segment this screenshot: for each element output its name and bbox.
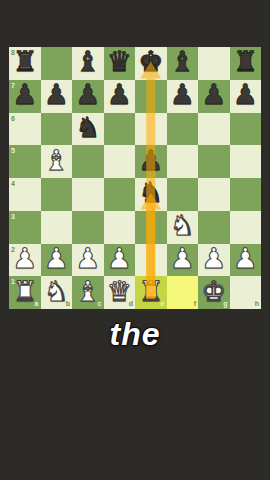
rank-label: 5 <box>11 147 15 154</box>
rank-label: 4 <box>11 180 15 187</box>
square-c3[interactable] <box>72 211 104 244</box>
piece-white-king[interactable]: ♚ <box>201 278 226 306</box>
square-d8[interactable]: ♛ <box>104 47 136 80</box>
piece-white-queen[interactable]: ♛ <box>107 278 132 306</box>
square-a4[interactable]: 4 <box>9 178 41 211</box>
square-d6[interactable] <box>104 113 136 146</box>
piece-white-knight[interactable]: ♞ <box>170 212 195 240</box>
square-a3[interactable]: 3 <box>9 211 41 244</box>
piece-black-pawn[interactable]: ♟ <box>44 81 69 109</box>
square-g2[interactable]: ♟ <box>198 244 230 277</box>
square-g8[interactable] <box>198 47 230 80</box>
square-f1[interactable]: f <box>167 276 199 309</box>
square-f4[interactable] <box>167 178 199 211</box>
square-b1[interactable]: b♞ <box>41 276 73 309</box>
square-b5[interactable]: ♝ <box>41 145 73 178</box>
square-f7[interactable]: ♟ <box>167 80 199 113</box>
square-e7[interactable] <box>135 80 167 113</box>
square-e5[interactable]: ♟ <box>135 145 167 178</box>
square-b3[interactable] <box>41 211 73 244</box>
piece-white-pawn[interactable]: ♟ <box>44 245 69 273</box>
square-h4[interactable] <box>230 178 262 211</box>
piece-white-pawn[interactable]: ♟ <box>170 245 195 273</box>
square-d3[interactable] <box>104 211 136 244</box>
piece-white-bishop[interactable]: ♝ <box>75 278 100 306</box>
square-b4[interactable] <box>41 178 73 211</box>
square-g6[interactable] <box>198 113 230 146</box>
piece-black-knight[interactable]: ♞ <box>75 114 100 142</box>
square-e4[interactable]: ♞ <box>135 178 167 211</box>
video-frame: 8♜♝♛♚♝♜7♟♟♟♟♟♟♟6♞5♝♟4♞3♞2♟♟♟♟♟♟♟1a♜b♞c♝d… <box>0 0 270 480</box>
piece-white-pawn[interactable]: ♟ <box>75 245 100 273</box>
piece-white-knight[interactable]: ♞ <box>44 278 69 306</box>
square-f3[interactable]: ♞ <box>167 211 199 244</box>
piece-black-pawn[interactable]: ♟ <box>233 81 258 109</box>
piece-white-pawn[interactable]: ♟ <box>12 245 37 273</box>
square-h6[interactable] <box>230 113 262 146</box>
square-b6[interactable] <box>41 113 73 146</box>
square-a2[interactable]: 2♟ <box>9 244 41 277</box>
piece-black-pawn[interactable]: ♟ <box>75 81 100 109</box>
square-f6[interactable] <box>167 113 199 146</box>
square-h2[interactable]: ♟ <box>230 244 262 277</box>
file-label: f <box>194 300 196 307</box>
rank-label: 3 <box>11 213 15 220</box>
piece-black-pawn[interactable]: ♟ <box>107 81 132 109</box>
square-e8[interactable]: ♚ <box>135 47 167 80</box>
square-d7[interactable]: ♟ <box>104 80 136 113</box>
piece-white-rook[interactable]: ♜ <box>138 278 163 306</box>
square-g7[interactable]: ♟ <box>198 80 230 113</box>
square-c4[interactable] <box>72 178 104 211</box>
file-label: h <box>255 300 259 307</box>
square-c7[interactable]: ♟ <box>72 80 104 113</box>
square-e2[interactable] <box>135 244 167 277</box>
square-h5[interactable] <box>230 145 262 178</box>
piece-black-queen[interactable]: ♛ <box>107 48 132 76</box>
square-g4[interactable] <box>198 178 230 211</box>
square-b7[interactable]: ♟ <box>41 80 73 113</box>
square-a6[interactable]: 6 <box>9 113 41 146</box>
square-e6[interactable] <box>135 113 167 146</box>
piece-white-pawn[interactable]: ♟ <box>233 245 258 273</box>
square-d2[interactable]: ♟ <box>104 244 136 277</box>
piece-black-pawn[interactable]: ♟ <box>201 81 226 109</box>
square-h8[interactable]: ♜ <box>230 47 262 80</box>
caption-text: the <box>0 316 270 353</box>
square-h7[interactable]: ♟ <box>230 80 262 113</box>
square-h3[interactable] <box>230 211 262 244</box>
square-b2[interactable]: ♟ <box>41 244 73 277</box>
piece-white-pawn[interactable]: ♟ <box>107 245 132 273</box>
square-g1[interactable]: g♚ <box>198 276 230 309</box>
piece-white-pawn[interactable]: ♟ <box>201 245 226 273</box>
lastmove-highlight <box>167 276 199 309</box>
square-f5[interactable] <box>167 145 199 178</box>
square-d1[interactable]: d♛ <box>104 276 136 309</box>
square-d4[interactable] <box>104 178 136 211</box>
piece-black-rook[interactable]: ♜ <box>12 48 37 76</box>
square-c1[interactable]: c♝ <box>72 276 104 309</box>
square-f2[interactable]: ♟ <box>167 244 199 277</box>
square-c8[interactable]: ♝ <box>72 47 104 80</box>
piece-black-knight[interactable]: ♞ <box>138 179 163 207</box>
piece-black-rook[interactable]: ♜ <box>233 48 258 76</box>
piece-black-bishop[interactable]: ♝ <box>170 48 195 76</box>
square-c6[interactable]: ♞ <box>72 113 104 146</box>
rank-label: 6 <box>11 115 15 122</box>
square-g5[interactable] <box>198 145 230 178</box>
square-b8[interactable] <box>41 47 73 80</box>
piece-black-king[interactable]: ♚ <box>138 48 163 76</box>
square-g3[interactable] <box>198 211 230 244</box>
square-c5[interactable] <box>72 145 104 178</box>
piece-black-bishop[interactable]: ♝ <box>75 48 100 76</box>
piece-black-pawn[interactable]: ♟ <box>138 147 163 175</box>
square-e1[interactable]: e♜ <box>135 276 167 309</box>
square-f8[interactable]: ♝ <box>167 47 199 80</box>
square-a1[interactable]: 1a♜ <box>9 276 41 309</box>
piece-white-rook[interactable]: ♜ <box>12 278 37 306</box>
square-a8[interactable]: 8♜ <box>9 47 41 80</box>
chess-board[interactable]: 8♜♝♛♚♝♜7♟♟♟♟♟♟♟6♞5♝♟4♞3♞2♟♟♟♟♟♟♟1a♜b♞c♝d… <box>9 47 261 309</box>
piece-black-pawn[interactable]: ♟ <box>170 81 195 109</box>
piece-white-bishop[interactable]: ♝ <box>44 147 69 175</box>
square-a5[interactable]: 5 <box>9 145 41 178</box>
square-d5[interactable] <box>104 145 136 178</box>
square-c2[interactable]: ♟ <box>72 244 104 277</box>
square-a7[interactable]: 7♟ <box>9 80 41 113</box>
piece-black-pawn[interactable]: ♟ <box>12 81 37 109</box>
square-e3[interactable] <box>135 211 167 244</box>
square-h1[interactable]: h <box>230 276 262 309</box>
